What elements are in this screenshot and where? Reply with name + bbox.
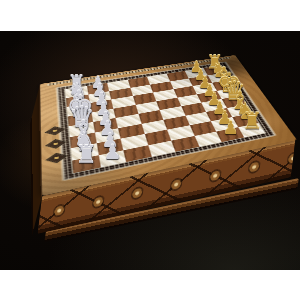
photo-canvas: ♜♟♞♟♝♟♟♜♚♟♟♞♛♟♟♝♝♟♟♚♞♟♟♛♜♟♟♝♟♞♟♜: [0, 0, 300, 300]
pieces-layer: ♜♟♞♟♝♟♟♜♚♟♟♞♛♟♟♝♝♟♟♚♞♟♟♛♜♟♟♝♟♞♟♜: [0, 31, 300, 270]
black-pawn-a7[interactable]: ♟: [209, 119, 253, 137]
scene-background: ♜♟♞♟♝♟♟♜♚♟♟♞♛♟♟♝♝♟♟♚♞♟♟♛♜♟♟♝♟♞♟♜: [0, 31, 300, 270]
white-rook-a1[interactable]: ♜: [64, 142, 108, 167]
